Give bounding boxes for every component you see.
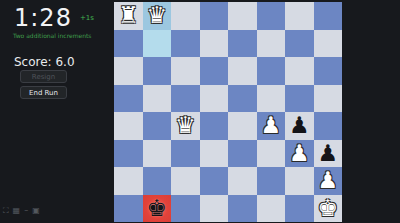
square-f4[interactable]: ♟ — [257, 112, 286, 140]
square-c3[interactable] — [171, 140, 200, 168]
square-f5[interactable] — [257, 85, 286, 113]
square-g6[interactable] — [285, 57, 314, 85]
square-e6[interactable] — [228, 57, 257, 85]
square-h2[interactable]: ♟ — [314, 167, 343, 195]
square-h7[interactable] — [314, 30, 343, 58]
white-king[interactable]: ♚ — [317, 197, 338, 220]
square-c1[interactable] — [171, 195, 200, 223]
square-h8[interactable] — [314, 2, 343, 30]
square-g3[interactable]: ♟ — [285, 140, 314, 168]
status-message: Two additional increments — [13, 32, 91, 39]
square-c5[interactable] — [171, 85, 200, 113]
square-a8[interactable]: ♜ — [114, 2, 143, 30]
square-d2[interactable] — [200, 167, 229, 195]
square-c6[interactable] — [171, 57, 200, 85]
square-a5[interactable] — [114, 85, 143, 113]
square-b2[interactable] — [143, 167, 172, 195]
clock-bonus: +1s — [80, 14, 94, 22]
square-a2[interactable] — [114, 167, 143, 195]
square-d1[interactable] — [200, 195, 229, 223]
square-d4[interactable] — [200, 112, 229, 140]
square-g2[interactable] — [285, 167, 314, 195]
square-c2[interactable] — [171, 167, 200, 195]
square-h6[interactable] — [314, 57, 343, 85]
square-f6[interactable] — [257, 57, 286, 85]
square-f8[interactable] — [257, 2, 286, 30]
square-a6[interactable] — [114, 57, 143, 85]
square-a3[interactable] — [114, 140, 143, 168]
square-e4[interactable] — [228, 112, 257, 140]
square-icon[interactable]: ▣ — [32, 206, 40, 216]
square-b7[interactable] — [143, 30, 172, 58]
square-g7[interactable] — [285, 30, 314, 58]
white-pawn[interactable]: ♟ — [260, 114, 281, 137]
square-b3[interactable] — [143, 140, 172, 168]
white-rook[interactable]: ♜ — [118, 4, 139, 27]
timer-row: 1:28 +1s — [14, 4, 94, 32]
square-g5[interactable] — [285, 85, 314, 113]
square-a4[interactable] — [114, 112, 143, 140]
square-c8[interactable] — [171, 2, 200, 30]
square-h3[interactable]: ♟ — [314, 140, 343, 168]
square-b1[interactable]: ♚ — [143, 195, 172, 223]
square-a1[interactable] — [114, 195, 143, 223]
white-queen[interactable]: ♛ — [146, 4, 167, 27]
square-f2[interactable] — [257, 167, 286, 195]
chess-board: ♜♛♛♟♟♟♟♟♚♚ — [114, 2, 342, 222]
square-h1[interactable]: ♚ — [314, 195, 343, 223]
square-c4[interactable]: ♛ — [171, 112, 200, 140]
grid-icon[interactable]: ▦ — [13, 206, 21, 216]
square-a7[interactable] — [114, 30, 143, 58]
square-g4[interactable]: ♟ — [285, 112, 314, 140]
square-h4[interactable] — [314, 112, 343, 140]
square-e2[interactable] — [228, 167, 257, 195]
square-g8[interactable] — [285, 2, 314, 30]
square-e5[interactable] — [228, 85, 257, 113]
square-d6[interactable] — [200, 57, 229, 85]
square-b5[interactable] — [143, 85, 172, 113]
minus-icon[interactable]: – — [24, 206, 28, 216]
square-e8[interactable] — [228, 2, 257, 30]
square-f1[interactable] — [257, 195, 286, 223]
white-pawn[interactable]: ♟ — [289, 142, 310, 165]
square-b6[interactable] — [143, 57, 172, 85]
square-b4[interactable] — [143, 112, 172, 140]
square-g1[interactable] — [285, 195, 314, 223]
expand-icon[interactable]: ⛶ — [3, 206, 9, 216]
square-d5[interactable] — [200, 85, 229, 113]
square-d7[interactable] — [200, 30, 229, 58]
end-run-button[interactable]: End Run — [20, 86, 67, 99]
square-b8[interactable]: ♛ — [143, 2, 172, 30]
black-king[interactable]: ♚ — [146, 197, 167, 220]
square-c7[interactable] — [171, 30, 200, 58]
white-queen[interactable]: ♛ — [175, 114, 196, 137]
square-f7[interactable] — [257, 30, 286, 58]
square-h5[interactable] — [314, 85, 343, 113]
white-pawn[interactable]: ♟ — [317, 169, 338, 192]
square-f3[interactable] — [257, 140, 286, 168]
square-e7[interactable] — [228, 30, 257, 58]
resign-button[interactable]: Resign — [20, 70, 67, 83]
clock-time: 1:28 — [14, 4, 72, 32]
square-e3[interactable] — [228, 140, 257, 168]
square-d8[interactable] — [200, 2, 229, 30]
black-pawn[interactable]: ♟ — [317, 142, 338, 165]
square-d3[interactable] — [200, 140, 229, 168]
square-e1[interactable] — [228, 195, 257, 223]
viewer-controls: ⛶▦–▣ — [3, 206, 40, 216]
score-text: Score: 6.0 — [14, 55, 75, 69]
sidebar: 1:28 +1s Two additional increments Score… — [0, 0, 112, 222]
black-pawn[interactable]: ♟ — [289, 114, 310, 137]
